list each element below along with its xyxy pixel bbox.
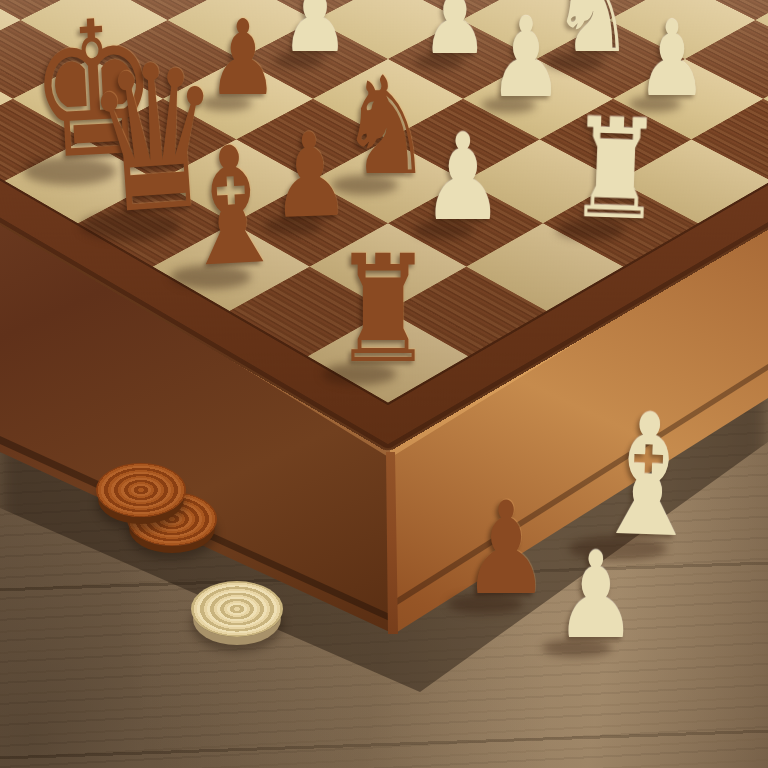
white-knight-f6[interactable]: ♞ xyxy=(552,0,634,70)
white-pawn-d4[interactable]: ♟ xyxy=(281,0,349,67)
scene: ♚♛♝♜♞♟♟♟♟♞♟♟♜♟♟♝♟ xyxy=(0,0,768,768)
dark-rook-h1[interactable]: ♜ xyxy=(333,236,434,384)
dark-pawn-on-table[interactable]: ♟ xyxy=(462,485,549,613)
dark-bishop-f1[interactable]: ♝ xyxy=(172,123,291,291)
white-pawn-f5[interactable]: ♟ xyxy=(489,3,564,113)
white-pawn-on-table[interactable]: ♟ xyxy=(555,536,637,656)
light-checker[interactable] xyxy=(191,581,283,637)
white-rook-h4[interactable]: ♜ xyxy=(566,100,665,241)
white-pawn-g3[interactable]: ♟ xyxy=(422,118,504,238)
dark-checker[interactable] xyxy=(96,463,186,517)
dark-knight-f3[interactable]: ♞ xyxy=(340,59,432,194)
